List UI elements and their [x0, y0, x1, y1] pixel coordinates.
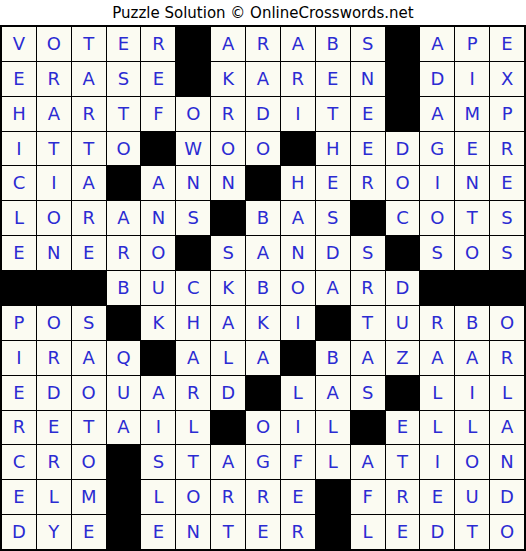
cell[interactable]: U [107, 376, 141, 410]
cell[interactable]: N [211, 166, 245, 200]
cell[interactable]: A [72, 62, 106, 96]
cell[interactable]: H [281, 166, 315, 200]
cell[interactable]: S [72, 306, 106, 340]
cell[interactable]: U [141, 271, 175, 305]
cell[interactable]: T [72, 132, 106, 166]
cell[interactable]: R [107, 236, 141, 270]
cell[interactable]: I [37, 166, 71, 200]
cell[interactable]: A [316, 271, 350, 305]
cell[interactable]: O [107, 132, 141, 166]
cell[interactable]: N [141, 201, 175, 235]
cell[interactable]: O [386, 166, 420, 200]
block-cell [176, 27, 210, 61]
cell[interactable]: B [316, 341, 350, 375]
cell[interactable]: R [37, 62, 71, 96]
cell[interactable]: F [281, 445, 315, 479]
block-cell [246, 166, 280, 200]
cell[interactable]: R [351, 271, 385, 305]
block-cell [386, 376, 420, 410]
cell[interactable]: E [351, 97, 385, 131]
cell[interactable]: Q [107, 341, 141, 375]
cell[interactable]: R [281, 62, 315, 96]
block-cell [141, 341, 175, 375]
block-cell [2, 271, 36, 305]
cell[interactable]: E [72, 236, 106, 270]
cell[interactable]: D [2, 515, 36, 549]
cell[interactable]: L [316, 411, 350, 445]
cell[interactable]: D [37, 376, 71, 410]
cell[interactable]: L [316, 445, 350, 479]
cell[interactable]: A [246, 341, 280, 375]
cell[interactable]: L [2, 201, 36, 235]
block-cell [386, 236, 420, 270]
cell[interactable]: K [246, 306, 280, 340]
cell[interactable]: E [490, 166, 524, 200]
cell[interactable]: A [176, 341, 210, 375]
cell[interactable]: A [490, 411, 524, 445]
cell[interactable]: A [351, 341, 385, 375]
cell[interactable]: O [72, 376, 106, 410]
cell[interactable]: O [37, 306, 71, 340]
cell[interactable]: A [246, 236, 280, 270]
cell[interactable]: L [176, 411, 210, 445]
cell[interactable]: P [2, 306, 36, 340]
block-cell [107, 480, 141, 514]
cell[interactable]: A [351, 445, 385, 479]
cell[interactable]: A [420, 27, 454, 61]
cell[interactable]: R [490, 341, 524, 375]
cell[interactable]: S [316, 201, 350, 235]
block-cell [211, 411, 245, 445]
cell[interactable]: L [455, 411, 489, 445]
cell[interactable]: F [141, 97, 175, 131]
cell[interactable]: G [420, 132, 454, 166]
cell[interactable]: O [281, 271, 315, 305]
cell[interactable]: O [72, 445, 106, 479]
cell[interactable]: T [72, 411, 106, 445]
cell[interactable]: S [141, 445, 175, 479]
cell[interactable]: E [386, 411, 420, 445]
cell[interactable]: Z [386, 341, 420, 375]
cell[interactable]: S [211, 236, 245, 270]
cell[interactable]: O [176, 97, 210, 131]
cell[interactable]: T [37, 132, 71, 166]
cell[interactable]: L [281, 376, 315, 410]
cell[interactable]: R [386, 480, 420, 514]
cell[interactable]: S [176, 201, 210, 235]
block-cell [316, 515, 350, 549]
cell[interactable]: A [211, 306, 245, 340]
cell[interactable]: O [420, 201, 454, 235]
cell[interactable]: B [316, 27, 350, 61]
block-cell [211, 201, 245, 235]
cell[interactable]: A [72, 166, 106, 200]
cell[interactable]: D [211, 376, 245, 410]
cell[interactable]: M [455, 97, 489, 131]
cell[interactable]: N [176, 166, 210, 200]
cell[interactable]: O [141, 236, 175, 270]
cell[interactable]: A [455, 341, 489, 375]
cell[interactable]: L [420, 376, 454, 410]
cell[interactable]: S [107, 62, 141, 96]
cell[interactable]: S [490, 236, 524, 270]
cell[interactable]: O [490, 306, 524, 340]
cell[interactable]: S [420, 236, 454, 270]
cell[interactable]: E [386, 515, 420, 549]
block-cell [37, 271, 71, 305]
cell[interactable]: I [281, 97, 315, 131]
block-cell [420, 271, 454, 305]
cell[interactable]: B [246, 201, 280, 235]
cell[interactable]: R [490, 132, 524, 166]
cell[interactable]: U [455, 480, 489, 514]
cell[interactable]: D [246, 97, 280, 131]
cell[interactable]: S [490, 201, 524, 235]
cell[interactable]: A [420, 97, 454, 131]
cell[interactable]: F [351, 480, 385, 514]
cell[interactable]: D [420, 515, 454, 549]
cell[interactable]: E [2, 62, 36, 96]
cell[interactable]: O [211, 132, 245, 166]
cell[interactable]: H [2, 97, 36, 131]
cell[interactable]: X [490, 62, 524, 96]
cell[interactable]: L [351, 515, 385, 549]
cell[interactable]: L [490, 376, 524, 410]
page-title: Puzzle Solution © OnlineCrosswords.net [0, 0, 526, 25]
cell[interactable]: R [141, 27, 175, 61]
block-cell [455, 271, 489, 305]
cell[interactable]: W [176, 132, 210, 166]
cell[interactable]: A [246, 62, 280, 96]
cell[interactable]: T [211, 515, 245, 549]
cell[interactable]: R [420, 306, 454, 340]
cell[interactable]: A [211, 445, 245, 479]
block-cell [107, 445, 141, 479]
cell[interactable]: E [141, 515, 175, 549]
cell[interactable]: T [455, 201, 489, 235]
cell[interactable]: A [281, 201, 315, 235]
cell[interactable]: R [351, 166, 385, 200]
cell[interactable]: K [211, 62, 245, 96]
cell[interactable]: T [351, 306, 385, 340]
cell[interactable]: E [316, 166, 350, 200]
cell[interactable]: N [176, 515, 210, 549]
cell[interactable]: T [316, 97, 350, 131]
cell[interactable]: Y [37, 515, 71, 549]
block-cell [386, 97, 420, 131]
cell[interactable]: I [141, 411, 175, 445]
cell[interactable]: D [316, 236, 350, 270]
cell[interactable]: I [455, 376, 489, 410]
cell[interactable]: R [246, 480, 280, 514]
cell[interactable]: E [455, 132, 489, 166]
cell[interactable]: L [420, 411, 454, 445]
cell[interactable]: V [2, 27, 36, 61]
cell[interactable]: O [455, 236, 489, 270]
cell[interactable]: I [281, 306, 315, 340]
cell[interactable]: I [455, 62, 489, 96]
cell[interactable]: B [107, 271, 141, 305]
cell[interactable]: A [72, 341, 106, 375]
cell[interactable]: O [490, 515, 524, 549]
block-cell [351, 201, 385, 235]
cell[interactable]: E [490, 27, 524, 61]
cell[interactable]: U [386, 306, 420, 340]
cell[interactable]: A [281, 27, 315, 61]
cell[interactable]: S [351, 27, 385, 61]
cell[interactable]: R [72, 201, 106, 235]
cell[interactable]: E [107, 27, 141, 61]
cell[interactable]: O [246, 132, 280, 166]
cell[interactable]: S [351, 236, 385, 270]
cell[interactable]: O [246, 411, 280, 445]
cell[interactable]: C [2, 445, 36, 479]
cell[interactable]: R [246, 27, 280, 61]
cell[interactable]: L [211, 341, 245, 375]
cell[interactable]: A [211, 27, 245, 61]
cell[interactable]: O [37, 27, 71, 61]
block-cell [351, 411, 385, 445]
cell[interactable]: E [2, 376, 36, 410]
cell[interactable]: E [316, 62, 350, 96]
cell[interactable]: R [211, 97, 245, 131]
cell[interactable]: B [455, 306, 489, 340]
cell[interactable]: E [2, 480, 36, 514]
cell[interactable]: N [490, 445, 524, 479]
cell[interactable]: I [420, 445, 454, 479]
block-cell [176, 236, 210, 270]
block-cell [386, 62, 420, 96]
cell[interactable]: N [281, 236, 315, 270]
cell[interactable]: O [455, 445, 489, 479]
block-cell [72, 271, 106, 305]
cell[interactable]: I [2, 341, 36, 375]
cell[interactable]: R [37, 341, 71, 375]
block-cell [107, 515, 141, 549]
cell[interactable]: A [316, 376, 350, 410]
cell[interactable]: H [316, 132, 350, 166]
cell[interactable]: C [176, 271, 210, 305]
cell[interactable]: E [281, 480, 315, 514]
block-cell [281, 132, 315, 166]
cell[interactable]: N [37, 236, 71, 270]
cell[interactable]: L [37, 480, 71, 514]
block-cell [176, 62, 210, 96]
block-cell [316, 480, 350, 514]
cell[interactable]: E [37, 411, 71, 445]
cell[interactable]: E [141, 62, 175, 96]
cell[interactable]: A [107, 201, 141, 235]
block-cell [107, 306, 141, 340]
block-cell [281, 341, 315, 375]
cell[interactable]: C [2, 166, 36, 200]
block-cell [386, 27, 420, 61]
cell[interactable]: P [490, 97, 524, 131]
cell[interactable]: D [420, 62, 454, 96]
block-cell [490, 271, 524, 305]
cell[interactable]: S [351, 376, 385, 410]
cell[interactable]: A [37, 97, 71, 131]
cell[interactable]: D [386, 132, 420, 166]
cell[interactable]: A [141, 166, 175, 200]
crossword-board: VOTERARABSAPEERASEKARENDIXHARTFORDITEAMP… [0, 25, 526, 551]
cell[interactable]: O [37, 201, 71, 235]
cell[interactable]: A [141, 376, 175, 410]
cell[interactable]: R [2, 411, 36, 445]
cell[interactable]: R [72, 97, 106, 131]
cell[interactable]: I [420, 166, 454, 200]
cell[interactable]: A [420, 341, 454, 375]
cell[interactable]: D [386, 271, 420, 305]
cell[interactable]: T [72, 27, 106, 61]
cell[interactable]: E [2, 236, 36, 270]
cell[interactable]: D [490, 480, 524, 514]
cell[interactable]: R [211, 480, 245, 514]
cell[interactable]: O [176, 480, 210, 514]
cell[interactable]: C [386, 201, 420, 235]
cell[interactable]: P [455, 27, 489, 61]
cell[interactable]: E [246, 515, 280, 549]
cell[interactable]: K [211, 271, 245, 305]
cell[interactable]: N [351, 62, 385, 96]
cell[interactable]: A [107, 411, 141, 445]
cell[interactable]: T [455, 515, 489, 549]
cell[interactable]: E [351, 132, 385, 166]
cell[interactable]: T [107, 97, 141, 131]
cell[interactable]: M [72, 480, 106, 514]
cell[interactable]: L [141, 480, 175, 514]
cell[interactable]: T [386, 445, 420, 479]
cell[interactable]: I [2, 132, 36, 166]
cell[interactable]: E [72, 515, 106, 549]
cell[interactable]: N [455, 166, 489, 200]
cell[interactable]: E [420, 480, 454, 514]
block-cell [141, 132, 175, 166]
cell[interactable]: R [37, 445, 71, 479]
cell[interactable]: H [176, 306, 210, 340]
cell[interactable]: R [281, 515, 315, 549]
cell[interactable]: K [141, 306, 175, 340]
cell[interactable]: I [281, 411, 315, 445]
block-cell [316, 306, 350, 340]
cell[interactable]: T [176, 445, 210, 479]
block-cell [107, 166, 141, 200]
block-cell [246, 376, 280, 410]
cell[interactable]: B [246, 271, 280, 305]
cell[interactable]: R [176, 376, 210, 410]
cell[interactable]: G [246, 445, 280, 479]
